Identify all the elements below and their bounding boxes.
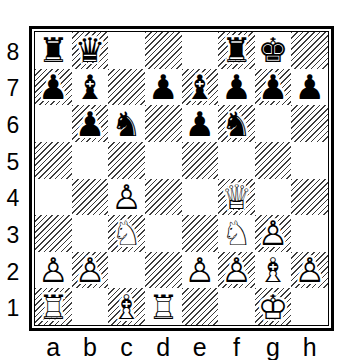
square-e5[interactable] [182,142,219,179]
piece-white-pawn-outline: ♙ [35,252,72,289]
square-g1[interactable]: ♚♔ [255,288,292,325]
piece-black-pawn: ♟ [35,69,72,106]
chess-diagram: 87654321 ♜♛♜♚♟♝♟♝♟♟♟♟♞♟♞♟♙♛♕♞♘♞♘♟♙♟♙♟♙♟♙… [0,0,360,360]
square-e4[interactable] [182,179,219,216]
square-f1[interactable] [218,288,255,325]
rank-label-1: 1 [1,290,25,327]
piece-white-pawn-outline: ♙ [182,252,219,289]
square-f3[interactable]: ♞♘ [218,215,255,252]
square-f7[interactable]: ♟ [218,69,255,106]
rank-label-3: 3 [1,217,25,254]
piece-black-pawn: ♟ [291,69,328,106]
square-g2[interactable]: ♝♗ [255,252,292,289]
square-a5[interactable] [35,142,72,179]
rank-label-5: 5 [1,144,25,181]
square-b2[interactable]: ♟♙ [72,252,109,289]
piece-black-knight: ♞ [108,105,145,142]
piece-white-pawn: ♟ [35,252,72,289]
square-h4[interactable] [291,179,328,216]
square-h5[interactable] [291,142,328,179]
piece-black-rook: ♜ [218,32,255,69]
square-b7[interactable]: ♝ [72,69,109,106]
rank-label-7: 7 [1,71,25,108]
piece-white-bishop: ♝ [255,252,292,289]
piece-white-queen-outline: ♕ [218,179,255,216]
square-g3[interactable]: ♟♙ [255,215,292,252]
piece-white-queen: ♛ [218,179,255,216]
piece-white-pawn-outline: ♙ [291,252,328,289]
square-c3[interactable]: ♞♘ [108,215,145,252]
square-a8[interactable]: ♜ [35,32,72,69]
square-e7[interactable]: ♝ [182,69,219,106]
piece-white-rook-outline: ♖ [35,288,72,325]
square-d2[interactable] [145,252,182,289]
piece-black-bishop: ♝ [182,69,219,106]
piece-white-bishop-outline: ♗ [108,288,145,325]
file-label-e: e [182,333,219,360]
file-label-a: a [35,333,72,360]
file-labels: abcdefgh [35,333,328,359]
file-label-b: b [72,333,109,360]
file-label-f: f [218,333,255,360]
square-h1[interactable] [291,288,328,325]
piece-white-rook: ♜ [145,288,182,325]
square-b8[interactable]: ♛ [72,32,109,69]
square-d4[interactable] [145,179,182,216]
piece-white-bishop: ♝ [108,288,145,325]
rank-label-2: 2 [1,254,25,291]
square-b5[interactable] [72,142,109,179]
piece-white-rook-outline: ♖ [145,288,182,325]
square-f4[interactable]: ♛♕ [218,179,255,216]
square-h2[interactable]: ♟♙ [291,252,328,289]
square-g6[interactable] [255,105,292,142]
square-f5[interactable] [218,142,255,179]
square-f8[interactable]: ♜ [218,32,255,69]
square-c8[interactable] [108,32,145,69]
square-e8[interactable] [182,32,219,69]
piece-white-rook: ♜ [35,288,72,325]
piece-white-king: ♚ [255,288,292,325]
square-g8[interactable]: ♚ [255,32,292,69]
chess-board: ♜♛♜♚♟♝♟♝♟♟♟♟♞♟♞♟♙♛♕♞♘♞♘♟♙♟♙♟♙♟♙♟♙♝♗♟♙♜♖♝… [34,31,329,326]
rank-label-8: 8 [1,34,25,71]
square-g7[interactable]: ♟ [255,69,292,106]
board-frame: ♜♛♜♚♟♝♟♝♟♟♟♟♞♟♞♟♙♛♕♞♘♞♘♟♙♟♙♟♙♟♙♟♙♝♗♟♙♜♖♝… [29,26,334,331]
piece-white-knight-outline: ♘ [108,215,145,252]
piece-white-pawn-outline: ♙ [255,215,292,252]
piece-black-king: ♚ [255,32,292,69]
piece-white-knight-outline: ♘ [218,215,255,252]
square-e1[interactable] [182,288,219,325]
square-c1[interactable]: ♝♗ [108,288,145,325]
piece-white-pawn-outline: ♙ [108,179,145,216]
square-a7[interactable]: ♟ [35,69,72,106]
square-g4[interactable] [255,179,292,216]
square-d1[interactable]: ♜♖ [145,288,182,325]
rank-label-4: 4 [1,181,25,218]
piece-black-pawn: ♟ [255,69,292,106]
file-label-h: h [291,333,328,360]
square-c7[interactable] [108,69,145,106]
square-d8[interactable] [145,32,182,69]
square-a1[interactable]: ♜♖ [35,288,72,325]
square-h3[interactable] [291,215,328,252]
piece-white-pawn-outline: ♙ [72,252,109,289]
square-d6[interactable] [145,105,182,142]
square-b3[interactable] [72,215,109,252]
square-a2[interactable]: ♟♙ [35,252,72,289]
piece-black-rook: ♜ [35,32,72,69]
piece-white-knight: ♞ [218,215,255,252]
piece-white-pawn-outline: ♙ [218,252,255,289]
piece-white-pawn: ♟ [255,215,292,252]
square-b4[interactable] [72,179,109,216]
square-f2[interactable]: ♟♙ [218,252,255,289]
piece-white-pawn: ♟ [291,252,328,289]
square-g5[interactable] [255,142,292,179]
square-c2[interactable] [108,252,145,289]
square-c5[interactable] [108,142,145,179]
square-h7[interactable]: ♟ [291,69,328,106]
square-d3[interactable] [145,215,182,252]
piece-black-pawn: ♟ [145,69,182,106]
square-d5[interactable] [145,142,182,179]
square-c6[interactable]: ♞ [108,105,145,142]
file-label-c: c [108,333,145,360]
piece-black-queen: ♛ [72,32,109,69]
square-f6[interactable]: ♞ [218,105,255,142]
piece-white-pawn: ♟ [182,252,219,289]
square-b1[interactable] [72,288,109,325]
square-e2[interactable]: ♟♙ [182,252,219,289]
square-e6[interactable]: ♟ [182,105,219,142]
square-c4[interactable]: ♟♙ [108,179,145,216]
piece-black-pawn: ♟ [72,105,109,142]
square-b6[interactable]: ♟ [72,105,109,142]
piece-white-king-outline: ♔ [255,288,292,325]
piece-white-knight: ♞ [108,215,145,252]
file-label-g: g [255,333,292,360]
piece-white-pawn: ♟ [108,179,145,216]
piece-white-pawn: ♟ [72,252,109,289]
square-a6[interactable] [35,105,72,142]
square-d7[interactable]: ♟ [145,69,182,106]
piece-black-pawn: ♟ [218,69,255,106]
square-h8[interactable] [291,32,328,69]
rank-labels: 87654321 [1,32,25,325]
piece-white-bishop-outline: ♗ [255,252,292,289]
file-label-d: d [145,333,182,360]
rank-label-6: 6 [1,107,25,144]
piece-black-knight: ♞ [218,105,255,142]
square-a3[interactable] [35,215,72,252]
piece-white-pawn: ♟ [218,252,255,289]
square-e3[interactable] [182,215,219,252]
square-a4[interactable] [35,179,72,216]
piece-black-pawn: ♟ [182,105,219,142]
piece-black-bishop: ♝ [72,69,109,106]
square-h6[interactable] [291,105,328,142]
